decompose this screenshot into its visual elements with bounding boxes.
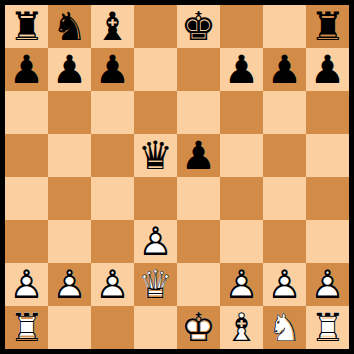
black-knight[interactable]: ♞ [48, 5, 91, 48]
square-b1[interactable] [48, 306, 91, 349]
square-b4[interactable] [48, 177, 91, 220]
square-a7[interactable]: ♟ [5, 48, 48, 91]
piece-fill-glyph: ♟ [48, 48, 91, 91]
piece-fill-glyph: ♟ [5, 48, 48, 91]
square-g2[interactable]: ♟♙ [263, 263, 306, 306]
black-pawn[interactable]: ♟ [5, 48, 48, 91]
piece-fill-glyph: ♚ [177, 5, 220, 48]
white-king[interactable]: ♚♔ [177, 306, 220, 349]
square-h3[interactable] [306, 220, 349, 263]
black-pawn[interactable]: ♟ [48, 48, 91, 91]
square-g1[interactable]: ♞♘ [263, 306, 306, 349]
piece-fill-glyph: ♛ [134, 134, 177, 177]
square-h1[interactable]: ♜♖ [306, 306, 349, 349]
black-bishop[interactable]: ♝ [91, 5, 134, 48]
piece-outline-glyph: ♙ [134, 220, 177, 263]
square-f6[interactable] [220, 91, 263, 134]
square-a1[interactable]: ♜♖ [5, 306, 48, 349]
square-g4[interactable] [263, 177, 306, 220]
square-a3[interactable] [5, 220, 48, 263]
square-d5[interactable]: ♛ [134, 134, 177, 177]
white-pawn[interactable]: ♟♙ [220, 263, 263, 306]
square-d4[interactable] [134, 177, 177, 220]
square-f7[interactable]: ♟ [220, 48, 263, 91]
black-rook[interactable]: ♜ [306, 5, 349, 48]
chess-board: ♜♞♝♚♜♟♟♟♟♟♟♛♟♟♙♟♙♟♙♟♙♛♕♟♙♟♙♟♙♜♖♚♔♝♗♞♘♜♖ [0, 0, 354, 354]
square-f3[interactable] [220, 220, 263, 263]
square-d6[interactable] [134, 91, 177, 134]
piece-outline-glyph: ♙ [5, 263, 48, 306]
square-g6[interactable] [263, 91, 306, 134]
square-a2[interactable]: ♟♙ [5, 263, 48, 306]
square-c8[interactable]: ♝ [91, 5, 134, 48]
square-e7[interactable] [177, 48, 220, 91]
piece-outline-glyph: ♔ [177, 306, 220, 349]
white-rook[interactable]: ♜♖ [5, 306, 48, 349]
piece-outline-glyph: ♖ [306, 306, 349, 349]
square-e1[interactable]: ♚♔ [177, 306, 220, 349]
piece-outline-glyph: ♕ [134, 263, 177, 306]
square-g7[interactable]: ♟ [263, 48, 306, 91]
square-d8[interactable] [134, 5, 177, 48]
piece-outline-glyph: ♙ [263, 263, 306, 306]
square-h7[interactable]: ♟ [306, 48, 349, 91]
square-a8[interactable]: ♜ [5, 5, 48, 48]
square-d2[interactable]: ♛♕ [134, 263, 177, 306]
square-b2[interactable]: ♟♙ [48, 263, 91, 306]
white-pawn[interactable]: ♟♙ [263, 263, 306, 306]
piece-fill-glyph: ♟ [306, 48, 349, 91]
piece-outline-glyph: ♙ [306, 263, 349, 306]
square-h4[interactable] [306, 177, 349, 220]
white-pawn[interactable]: ♟♙ [48, 263, 91, 306]
square-a5[interactable] [5, 134, 48, 177]
piece-outline-glyph: ♗ [220, 306, 263, 349]
square-f8[interactable] [220, 5, 263, 48]
square-c2[interactable]: ♟♙ [91, 263, 134, 306]
black-king[interactable]: ♚ [177, 5, 220, 48]
square-b3[interactable] [48, 220, 91, 263]
white-pawn[interactable]: ♟♙ [5, 263, 48, 306]
square-c4[interactable] [91, 177, 134, 220]
white-queen[interactable]: ♛♕ [134, 263, 177, 306]
square-d1[interactable] [134, 306, 177, 349]
black-rook[interactable]: ♜ [5, 5, 48, 48]
piece-fill-glyph: ♟ [91, 48, 134, 91]
white-knight[interactable]: ♞♘ [263, 306, 306, 349]
square-e2[interactable] [177, 263, 220, 306]
piece-outline-glyph: ♘ [263, 306, 306, 349]
square-e6[interactable] [177, 91, 220, 134]
piece-fill-glyph: ♜ [306, 5, 349, 48]
white-rook[interactable]: ♜♖ [306, 306, 349, 349]
black-pawn[interactable]: ♟ [177, 134, 220, 177]
black-pawn[interactable]: ♟ [263, 48, 306, 91]
piece-fill-glyph: ♞ [48, 5, 91, 48]
square-g8[interactable] [263, 5, 306, 48]
square-d3[interactable]: ♟♙ [134, 220, 177, 263]
square-e5[interactable]: ♟ [177, 134, 220, 177]
square-c6[interactable] [91, 91, 134, 134]
white-bishop[interactable]: ♝♗ [220, 306, 263, 349]
white-pawn[interactable]: ♟♙ [306, 263, 349, 306]
square-h5[interactable] [306, 134, 349, 177]
square-h8[interactable]: ♜ [306, 5, 349, 48]
square-h2[interactable]: ♟♙ [306, 263, 349, 306]
square-c3[interactable] [91, 220, 134, 263]
white-pawn[interactable]: ♟♙ [91, 263, 134, 306]
square-f1[interactable]: ♝♗ [220, 306, 263, 349]
square-a4[interactable] [5, 177, 48, 220]
piece-fill-glyph: ♟ [263, 48, 306, 91]
piece-outline-glyph: ♙ [91, 263, 134, 306]
square-c1[interactable] [91, 306, 134, 349]
piece-fill-glyph: ♜ [5, 5, 48, 48]
piece-outline-glyph: ♖ [5, 306, 48, 349]
square-c5[interactable] [91, 134, 134, 177]
square-f5[interactable] [220, 134, 263, 177]
piece-fill-glyph: ♟ [177, 134, 220, 177]
piece-fill-glyph: ♟ [220, 48, 263, 91]
square-e4[interactable] [177, 177, 220, 220]
square-b5[interactable] [48, 134, 91, 177]
piece-fill-glyph: ♝ [91, 5, 134, 48]
square-f2[interactable]: ♟♙ [220, 263, 263, 306]
black-pawn[interactable]: ♟ [306, 48, 349, 91]
piece-outline-glyph: ♙ [220, 263, 263, 306]
square-g3[interactable] [263, 220, 306, 263]
square-c7[interactable]: ♟ [91, 48, 134, 91]
white-pawn[interactable]: ♟♙ [134, 220, 177, 263]
square-e3[interactable] [177, 220, 220, 263]
black-pawn[interactable]: ♟ [91, 48, 134, 91]
square-d7[interactable] [134, 48, 177, 91]
square-f4[interactable] [220, 177, 263, 220]
square-h6[interactable] [306, 91, 349, 134]
square-b6[interactable] [48, 91, 91, 134]
piece-outline-glyph: ♙ [48, 263, 91, 306]
square-g5[interactable] [263, 134, 306, 177]
square-b7[interactable]: ♟ [48, 48, 91, 91]
square-a6[interactable] [5, 91, 48, 134]
square-b8[interactable]: ♞ [48, 5, 91, 48]
black-pawn[interactable]: ♟ [220, 48, 263, 91]
black-queen[interactable]: ♛ [134, 134, 177, 177]
square-e8[interactable]: ♚ [177, 5, 220, 48]
